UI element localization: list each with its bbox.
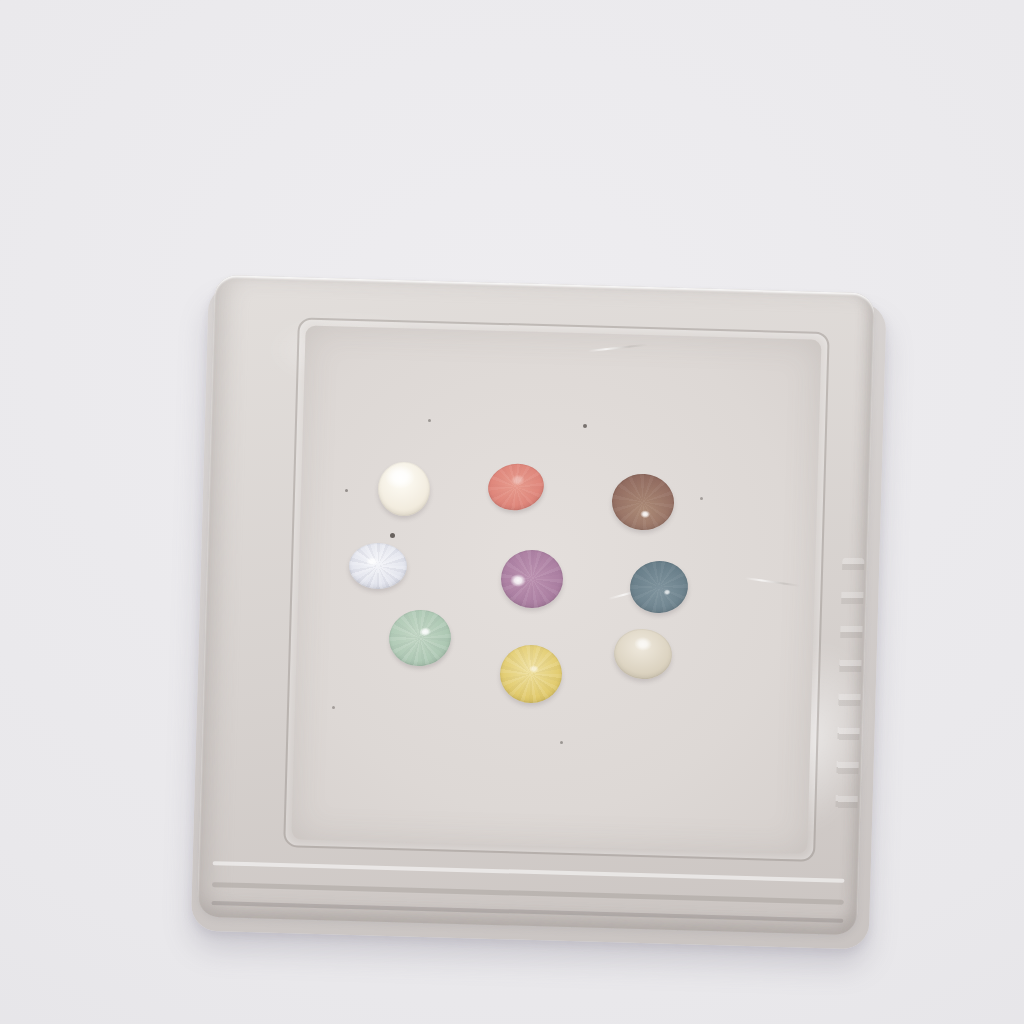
gem-facets [500, 645, 562, 703]
gem-emerald [385, 606, 454, 670]
gem-blue-sapphire [627, 558, 690, 616]
gem-highlight [633, 636, 652, 652]
gem-facets [610, 472, 676, 532]
gem-facets [385, 606, 454, 670]
photo-background [0, 0, 1024, 1024]
gem-ruby [501, 550, 563, 608]
gem-hessonite [610, 472, 676, 532]
gem-diamond [349, 543, 407, 589]
gem-highlight [510, 574, 526, 587]
gem-highlight [385, 465, 415, 489]
gem-facets [627, 558, 690, 616]
gem-cats-eye [612, 626, 675, 682]
gem-coral [484, 459, 547, 514]
gem-facets [484, 459, 547, 514]
gem-facets [349, 543, 407, 589]
gem-pearl [378, 462, 430, 516]
gem-yellow-sapphire [500, 645, 562, 703]
gems-layer [0, 0, 1024, 1024]
